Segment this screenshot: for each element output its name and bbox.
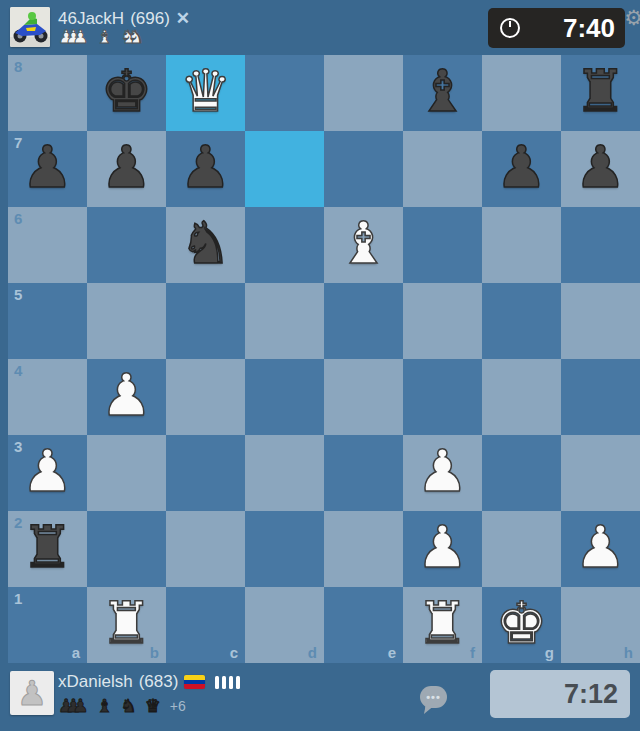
square-g4[interactable] xyxy=(482,359,561,435)
captured-bishop-x1: ♝ xyxy=(96,697,112,715)
square-a4[interactable]: 4 xyxy=(8,359,87,435)
square-f4[interactable] xyxy=(403,359,482,435)
square-b8[interactable]: ♚ xyxy=(87,55,166,131)
square-d5[interactable] xyxy=(245,283,324,359)
white-rook[interactable]: ♜ xyxy=(417,594,469,652)
black-rook[interactable]: ♜ xyxy=(575,62,627,120)
square-g1[interactable]: g♚ xyxy=(482,587,561,663)
square-a8[interactable]: 8 xyxy=(8,55,87,131)
top-player-clock: 7:40 xyxy=(488,8,625,48)
square-c6[interactable]: ♞ xyxy=(166,207,245,283)
square-b1[interactable]: b♜ xyxy=(87,587,166,663)
file-label-c: c xyxy=(230,644,238,661)
square-h7[interactable]: ♟ xyxy=(561,131,640,207)
file-label-h: h xyxy=(624,644,633,661)
square-f1[interactable]: f♜ xyxy=(403,587,482,663)
black-pawn[interactable]: ♟ xyxy=(22,138,74,196)
black-knight[interactable]: ♞ xyxy=(180,214,232,272)
square-a5[interactable]: 5 xyxy=(8,283,87,359)
captured-knight-x2: ♞♞ xyxy=(121,28,144,46)
square-c2[interactable] xyxy=(166,511,245,587)
square-h3[interactable] xyxy=(561,435,640,511)
black-pawn[interactable]: ♟ xyxy=(496,138,548,196)
file-label-a: a xyxy=(72,644,80,661)
chat-bubble-icon[interactable]: ••• xyxy=(420,686,447,708)
square-e1[interactable]: e xyxy=(324,587,403,663)
captured-queen-x1: ♛ xyxy=(145,697,161,715)
square-e6[interactable]: ♝ xyxy=(324,207,403,283)
square-e4[interactable] xyxy=(324,359,403,435)
square-e3[interactable] xyxy=(324,435,403,511)
top-player-captured-pieces: ♟♟♟♝♞♞ xyxy=(58,28,144,46)
square-b7[interactable]: ♟ xyxy=(87,131,166,207)
signal-bar xyxy=(236,676,240,689)
white-pawn[interactable]: ♟ xyxy=(22,442,74,500)
square-c7[interactable]: ♟ xyxy=(166,131,245,207)
white-pawn[interactable]: ♟ xyxy=(417,442,469,500)
white-pawn[interactable]: ♟ xyxy=(417,518,469,576)
square-d6[interactable] xyxy=(245,207,324,283)
captured-pawn-x3: ♟♟♟ xyxy=(58,28,88,46)
square-a3[interactable]: 3♟ xyxy=(8,435,87,511)
white-king[interactable]: ♚ xyxy=(496,594,548,652)
square-d1[interactable]: d xyxy=(245,587,324,663)
square-b4[interactable]: ♟ xyxy=(87,359,166,435)
file-label-d: d xyxy=(308,644,317,661)
rank-label-5: 5 xyxy=(14,286,22,303)
square-d3[interactable] xyxy=(245,435,324,511)
square-h6[interactable] xyxy=(561,207,640,283)
bottom-player-avatar[interactable]: ♟ xyxy=(10,671,54,715)
material-advantage: +6 xyxy=(170,698,186,714)
timer-icon xyxy=(500,18,520,38)
square-f8[interactable]: ♝ xyxy=(403,55,482,131)
square-h5[interactable] xyxy=(561,283,640,359)
rank-label-6: 6 xyxy=(14,210,22,227)
square-b6[interactable] xyxy=(87,207,166,283)
square-f3[interactable]: ♟ xyxy=(403,435,482,511)
square-c1[interactable]: c xyxy=(166,587,245,663)
white-bishop[interactable]: ♝ xyxy=(338,214,390,272)
top-player-bar: 46JackH (696) ✕ ♟♟♟♝♞♞ 7:40 ⚙ xyxy=(0,0,640,55)
rank-label-4: 4 xyxy=(14,362,22,379)
square-d8[interactable] xyxy=(245,55,324,131)
black-rook[interactable]: ♜ xyxy=(22,518,74,576)
square-c3[interactable] xyxy=(166,435,245,511)
square-a1[interactable]: 1a xyxy=(8,587,87,663)
square-b2[interactable] xyxy=(87,511,166,587)
rank-label-8: 8 xyxy=(14,58,22,75)
signal-bar xyxy=(229,676,233,689)
white-pawn[interactable]: ♟ xyxy=(101,366,153,424)
connection-bars-icon xyxy=(215,676,243,689)
square-g6[interactable] xyxy=(482,207,561,283)
captured-pawn-icon: ♟ xyxy=(72,28,88,46)
captured-bishop-x1: ♝ xyxy=(96,28,112,46)
chess-board: 8♚♛♝♜7♟♟♟♟♟6♞♝54♟3♟♟2♜♟♟1ab♜cdef♜g♚h xyxy=(0,55,640,663)
captured-pawn-x3: ♟♟♟ xyxy=(58,697,88,715)
white-pawn[interactable]: ♟ xyxy=(575,518,627,576)
square-f5[interactable] xyxy=(403,283,482,359)
disconnect-x-icon: ✕ xyxy=(176,8,190,29)
venezuela-flag-icon xyxy=(184,675,205,689)
black-bishop[interactable]: ♝ xyxy=(417,62,469,120)
bottom-player-rating: (683) xyxy=(139,672,179,692)
square-e2[interactable] xyxy=(324,511,403,587)
square-b3[interactable] xyxy=(87,435,166,511)
square-g5[interactable] xyxy=(482,283,561,359)
square-a2[interactable]: 2♜ xyxy=(8,511,87,587)
square-f7[interactable] xyxy=(403,131,482,207)
bottom-player-captured-pieces: ♟♟♟♝♞♛+6 xyxy=(58,697,186,715)
signal-bar xyxy=(215,676,219,689)
rank-label-1: 1 xyxy=(14,590,22,607)
file-label-e: e xyxy=(388,644,396,661)
captured-bishop-icon: ♝ xyxy=(96,697,112,715)
square-f6[interactable] xyxy=(403,207,482,283)
square-d4[interactable] xyxy=(245,359,324,435)
captured-knight-icon: ♞ xyxy=(121,697,137,715)
motorcycle-avatar-image xyxy=(10,7,50,47)
bottom-player-bar: ♟ xDanielsh (683) ♟♟♟♝♞♛+6 ••• 7:12 xyxy=(0,663,640,731)
square-h4[interactable] xyxy=(561,359,640,435)
square-f2[interactable]: ♟ xyxy=(403,511,482,587)
square-c5[interactable] xyxy=(166,283,245,359)
bottom-player-time: 7:12 xyxy=(564,679,630,710)
square-a7[interactable]: 7♟ xyxy=(8,131,87,207)
square-c4[interactable] xyxy=(166,359,245,435)
file-label-f: f xyxy=(470,644,475,661)
settings-gear-icon[interactable]: ⚙ xyxy=(624,8,640,29)
square-g8[interactable] xyxy=(482,55,561,131)
square-e5[interactable] xyxy=(324,283,403,359)
bottom-player-clock: 7:12 xyxy=(490,670,630,718)
square-h2[interactable]: ♟ xyxy=(561,511,640,587)
square-g2[interactable] xyxy=(482,511,561,587)
square-g3[interactable] xyxy=(482,435,561,511)
square-e7[interactable] xyxy=(324,131,403,207)
signal-bar xyxy=(222,676,226,689)
captured-knight-x1: ♞ xyxy=(121,697,137,715)
bottom-player-name: xDanielsh xyxy=(58,672,133,692)
square-d7[interactable] xyxy=(245,131,324,207)
black-king[interactable]: ♚ xyxy=(101,62,153,120)
square-h8[interactable]: ♜ xyxy=(561,55,640,131)
square-g7[interactable]: ♟ xyxy=(482,131,561,207)
pawn-avatar-icon: ♟ xyxy=(17,676,47,710)
square-e8[interactable] xyxy=(324,55,403,131)
black-pawn[interactable]: ♟ xyxy=(180,138,232,196)
captured-pawn-icon: ♟ xyxy=(72,697,88,715)
top-player-avatar[interactable] xyxy=(10,7,50,47)
black-pawn[interactable]: ♟ xyxy=(575,138,627,196)
white-queen[interactable]: ♛ xyxy=(180,62,232,120)
square-a6[interactable]: 6 xyxy=(8,207,87,283)
black-pawn[interactable]: ♟ xyxy=(101,138,153,196)
captured-knight-icon: ♞ xyxy=(128,28,144,46)
captured-bishop-icon: ♝ xyxy=(96,28,112,46)
square-c8[interactable]: ♛ xyxy=(166,55,245,131)
top-player-time: 7:40 xyxy=(520,13,625,44)
captured-queen-icon: ♛ xyxy=(145,697,161,715)
square-b5[interactable] xyxy=(87,283,166,359)
square-h1[interactable]: h xyxy=(561,587,640,663)
white-rook[interactable]: ♜ xyxy=(101,594,153,652)
square-d2[interactable] xyxy=(245,511,324,587)
bottom-player-name-row[interactable]: xDanielsh (683) xyxy=(58,672,243,692)
